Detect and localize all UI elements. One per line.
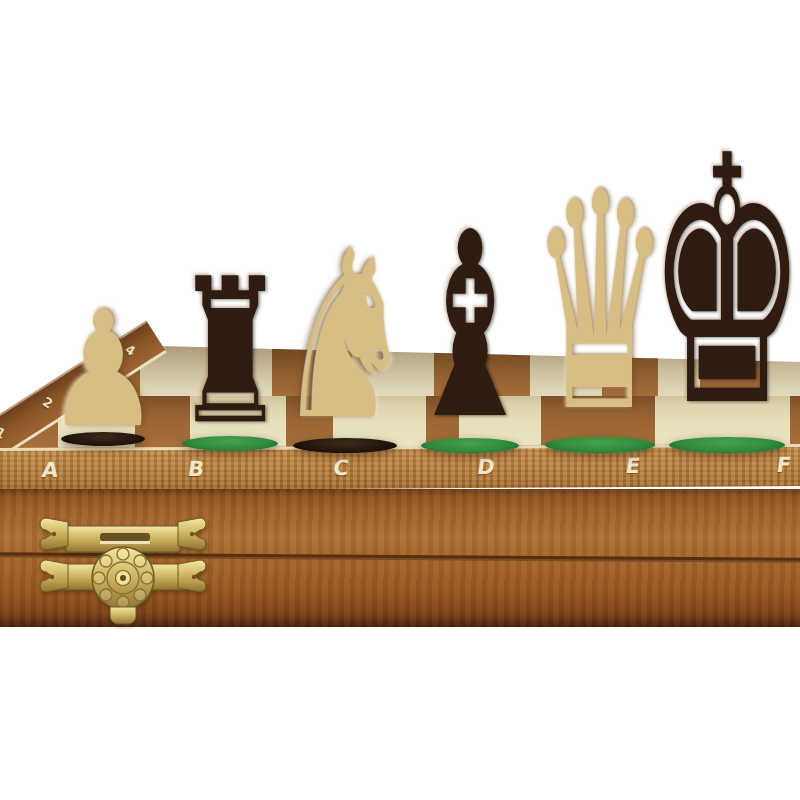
latch-slot [100, 533, 150, 541]
black-bishop[interactable]: ♝ [401, 198, 539, 454]
white-pawn[interactable]: ♟ [46, 290, 161, 450]
latch-lower-right-end [178, 560, 206, 592]
rank-label-1: 1 [0, 424, 8, 442]
black-rook[interactable]: ♜ [174, 252, 285, 452]
latch-slot-highlight [100, 541, 150, 544]
latch-center-dot [120, 575, 126, 581]
black-king[interactable]: ♚ [647, 112, 800, 454]
brass-latch[interactable] [38, 514, 208, 626]
chess-box-product-photo: 1 2 3 4 A B C D E F [0, 0, 800, 800]
white-knight[interactable]: ♞ [274, 220, 415, 452]
latch-tab [110, 607, 136, 624]
latch-lower-left-end [40, 560, 68, 592]
